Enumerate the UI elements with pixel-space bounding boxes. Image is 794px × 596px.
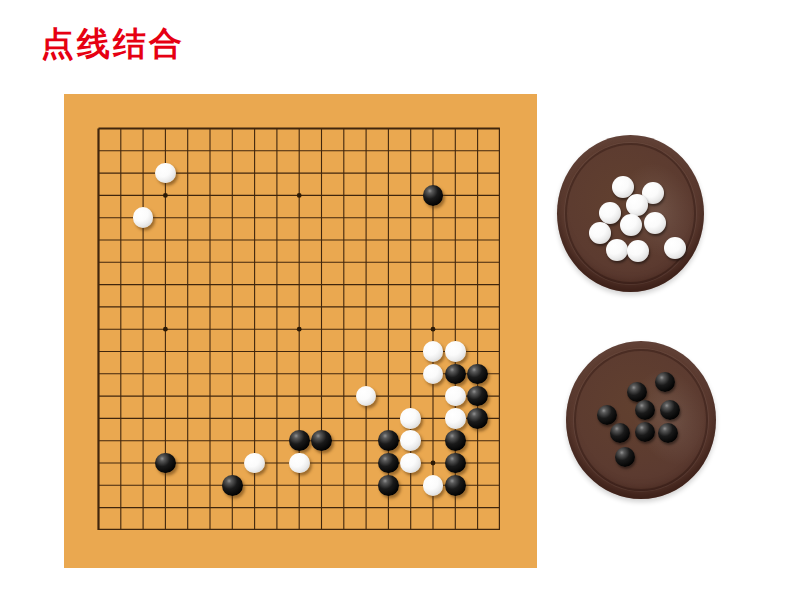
white-stone [664,237,686,259]
black-stone [378,453,399,474]
black-stone [378,430,399,451]
black-stone [311,430,332,451]
black-stone [378,475,399,496]
go-board [64,94,537,568]
black-stone [615,447,635,467]
black-stone [445,430,466,451]
white-stone [599,202,621,224]
white-stone [423,364,444,385]
white-stone [626,194,648,216]
white-stone [423,341,444,362]
black-stone [423,185,444,206]
white-stone [400,430,421,451]
white-stone [627,240,649,262]
black-stones-bowl [566,341,716,499]
white-stone [589,222,611,244]
white-stone [244,453,265,474]
white-stone [400,453,421,474]
white-stone [423,475,444,496]
black-stone [627,382,647,402]
white-stone [445,408,466,429]
white-stone [445,386,466,407]
black-stone [467,408,488,429]
white-stone [445,341,466,362]
white-stone [606,239,628,261]
white-stones-bowl [557,135,704,292]
white-stone [644,212,666,234]
black-stone [658,423,678,443]
black-stone [289,430,310,451]
black-stone [655,372,675,392]
white-stone [155,163,176,184]
black-stone [467,364,488,385]
black-stone [467,386,488,407]
black-stone [445,364,466,385]
white-stone [356,386,377,407]
black-stone [635,422,655,442]
board-intersections [87,117,511,541]
white-stone [133,207,154,228]
slide-page: 点线结合 [0,0,794,596]
white-stone [289,453,310,474]
black-stone [610,423,630,443]
black-stone [445,453,466,474]
black-stone [155,453,176,474]
white-stone [400,408,421,429]
black-stone [445,475,466,496]
page-title: 点线结合 [41,22,185,67]
black-stone [597,405,617,425]
black-stone [660,400,680,420]
black-stone [635,400,655,420]
white-stone [620,214,642,236]
black-stone [222,475,243,496]
